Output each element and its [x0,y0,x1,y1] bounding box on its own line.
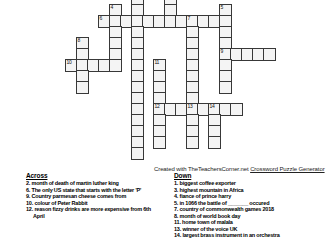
grid-cell [109,59,122,72]
clue-text: biggest coffee exporter [180,180,236,186]
across-heading: Across [26,172,159,179]
clue-text: country of commonwealth games 2018 [180,206,274,212]
cell-number: 7 [188,16,190,21]
clue-text: month of world book day [180,213,241,219]
clue-text: largest brass instrument in an orchestra [182,232,279,238]
grid-cell [219,81,232,94]
cell-number: 12 [155,104,160,109]
cell-number: 8 [78,38,80,43]
grid-cell [153,136,166,149]
clue-text: highest mountain in Africa [180,187,244,193]
cell-number: 11 [155,60,160,65]
clue-text: reason fizzy drinks are more expensive f… [33,206,151,219]
clue-text: home town of malala [182,219,233,225]
cell-number: 4 [111,5,113,10]
cell-number: 6 [100,16,102,21]
clue-text: Country parmesan cheese comes from [32,193,127,199]
cell-number: 10 [67,60,72,65]
across-clue-list: 2. month of death of martin luther king6… [26,180,159,219]
clue-text: month of death of martin luther king [32,180,119,186]
grid-cell [186,136,199,149]
clue-item: 12. reason fizzy drinks are more expensi… [26,206,159,219]
cell-number: 14 [210,104,215,109]
clue-text: colour of Peter Rabbit [34,200,87,206]
clue-text: in 1066 the battle of _______ occured [180,200,270,206]
clue-item: 14. largest brass instrument in an orche… [174,232,334,239]
grid-cell [131,147,144,160]
down-section: Down 1. biggest coffee exporter3. highes… [174,172,334,239]
down-heading: Down [174,172,334,179]
down-clue-list: 1. biggest coffee exporter3. highest mou… [174,180,334,239]
clue-text: fiance of prince harry [180,193,232,199]
across-section: Across 2. month of death of martin luthe… [26,172,159,219]
cell-number: 13 [188,104,193,109]
grid-cell [76,81,89,94]
grid-cell [263,48,276,61]
grid-cell [230,103,243,116]
crossword-grid: 4567891011121314 [65,0,295,168]
clue-text: The only US state that starts with the l… [32,187,142,193]
clue-text: winner of the voice UK [182,226,237,232]
cell-number: 5 [221,5,223,10]
cell-number: 9 [221,49,223,54]
grid-cell [208,136,221,149]
clue-number: 11. [174,219,182,225]
